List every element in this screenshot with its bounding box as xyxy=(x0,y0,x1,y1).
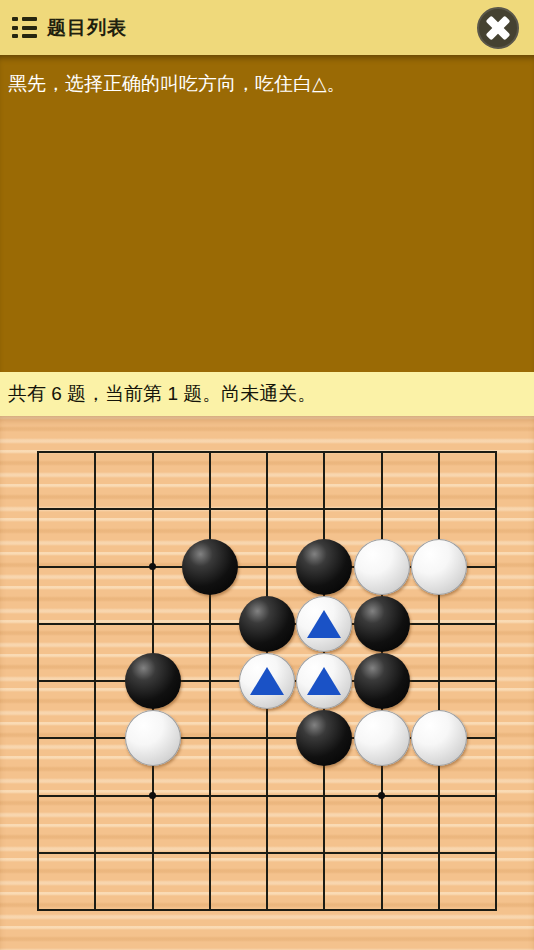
grid-line xyxy=(495,451,497,911)
triangle-mark xyxy=(307,667,341,695)
star-point xyxy=(149,563,156,570)
board-area xyxy=(0,416,534,950)
grid-line xyxy=(37,852,497,854)
triangle-mark xyxy=(307,610,341,638)
status-bar: 共有 6 题，当前第 1 题。尚未通关。 xyxy=(0,372,534,416)
instruction-text: 黑先，选择正确的叫吃方向，吃住白△。 xyxy=(0,55,534,97)
page-title: 题目列表 xyxy=(47,15,127,41)
stone-black xyxy=(296,539,352,595)
grid-line xyxy=(37,909,497,911)
stone-black xyxy=(182,539,238,595)
stone-black xyxy=(239,596,295,652)
stone-white-marked xyxy=(296,596,352,652)
title-bar: 题目列表 xyxy=(0,0,534,55)
problem-list-button[interactable]: 题目列表 xyxy=(0,15,127,41)
stone-white xyxy=(354,539,410,595)
grid-line xyxy=(37,795,497,797)
grid-line xyxy=(438,451,440,911)
instruction-panel: 黑先，选择正确的叫吃方向，吃住白△。 xyxy=(0,55,534,372)
stone-white xyxy=(354,710,410,766)
stone-black xyxy=(296,710,352,766)
stone-white xyxy=(411,539,467,595)
status-text: 共有 6 题，当前第 1 题。尚未通关。 xyxy=(0,381,316,407)
stone-white xyxy=(125,710,181,766)
app-screen: 题目列表 黑先，选择正确的叫吃方向，吃住白△。 共有 6 题，当前第 1 题。尚… xyxy=(0,0,534,950)
stone-white-marked xyxy=(239,653,295,709)
stone-black xyxy=(354,596,410,652)
close-button[interactable] xyxy=(477,7,519,49)
star-point xyxy=(149,792,156,799)
stone-black xyxy=(354,653,410,709)
list-icon xyxy=(12,17,37,38)
stone-black xyxy=(125,653,181,709)
goban[interactable] xyxy=(38,452,496,910)
triangle-mark xyxy=(250,667,284,695)
stone-white xyxy=(411,710,467,766)
star-point xyxy=(378,792,385,799)
stone-white-marked xyxy=(296,653,352,709)
